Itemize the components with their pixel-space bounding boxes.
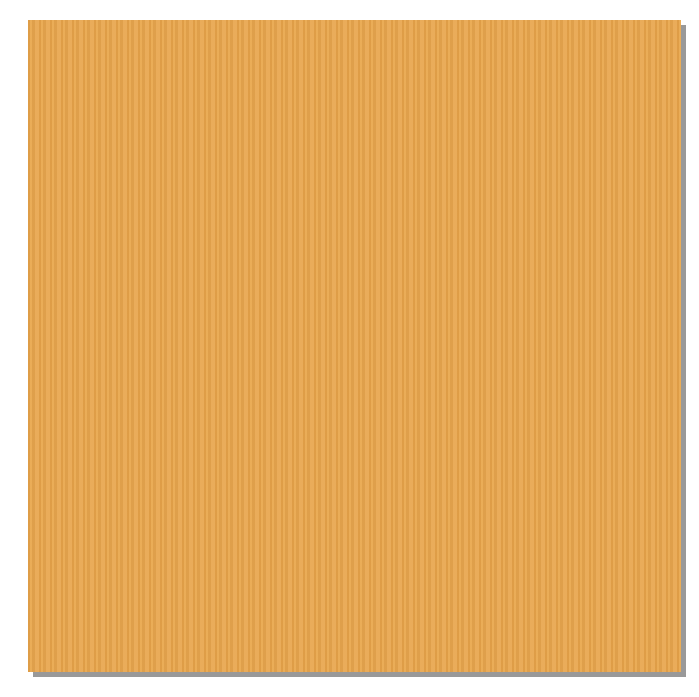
go-game-diagram (0, 0, 699, 697)
goban (28, 20, 681, 672)
